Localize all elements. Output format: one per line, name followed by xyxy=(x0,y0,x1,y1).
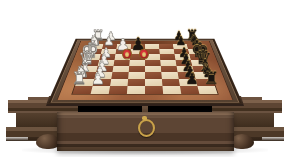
chess-piece-white-r-a1[interactable]: ♜ xyxy=(71,70,86,87)
square-c3[interactable] xyxy=(111,72,128,79)
brass-ring-handle-icon[interactable] xyxy=(138,119,155,137)
ring-handle-knob xyxy=(142,116,147,120)
square-b6[interactable] xyxy=(162,79,180,86)
square-c5[interactable] xyxy=(145,72,162,79)
chess-piece-white-p-f3[interactable]: ♟ xyxy=(116,37,130,53)
square-a5[interactable] xyxy=(145,86,163,94)
square-c6[interactable] xyxy=(161,72,178,79)
square-a3[interactable] xyxy=(109,86,128,94)
chess-piece-black-p-f4[interactable]: ♟ xyxy=(130,36,145,53)
square-b3[interactable] xyxy=(110,79,128,86)
chess-set-photo: ♜♞♝♚♛♝♞♜♟♟♟♟♟♟♟♟♟♟♟♟♟♟♟♟♜♞♝♚♛♝♞♜ xyxy=(0,0,290,157)
square-c4[interactable] xyxy=(128,72,145,79)
square-a4[interactable] xyxy=(127,86,145,94)
square-b4[interactable] xyxy=(128,79,145,86)
chess-piece-black-r-a8[interactable]: ♜ xyxy=(203,70,218,87)
chess-piece-white-p-a2[interactable]: ♟ xyxy=(91,72,104,87)
square-b5[interactable] xyxy=(145,79,162,86)
square-a6[interactable] xyxy=(162,86,181,94)
chess-piece-black-p-a7[interactable]: ♟ xyxy=(185,72,198,87)
